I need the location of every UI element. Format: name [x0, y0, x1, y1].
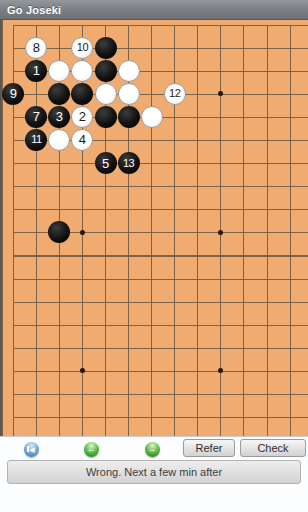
move-number: 13: [123, 158, 134, 169]
app-title: Go Joseki: [0, 4, 61, 16]
stone-move-1: 1: [25, 60, 47, 82]
status-message: Wrong. Next a few min after: [86, 466, 222, 478]
stone: [95, 60, 117, 82]
star-point: [80, 368, 85, 373]
move-number: 12: [169, 88, 180, 99]
stone-move-5: 5: [95, 152, 117, 174]
stone: [118, 106, 140, 128]
stone: [95, 106, 117, 128]
move-number: 9: [10, 87, 17, 100]
title-bar: Go Joseki: [0, 0, 308, 20]
next-move-button[interactable]: →: [145, 442, 160, 457]
move-number: 7: [33, 110, 40, 123]
star-point: [218, 230, 223, 235]
move-number: 5: [102, 157, 109, 170]
move-number: 1: [33, 64, 40, 77]
move-number: 4: [79, 133, 86, 146]
stone: [141, 106, 163, 128]
go-board[interactable]: 8101912732114513: [0, 20, 308, 436]
stone-move-13: 13: [118, 152, 140, 174]
arrow-right-icon: →: [148, 444, 157, 453]
move-number: 2: [79, 110, 86, 123]
status-bar: Wrong. Next a few min after: [7, 460, 301, 484]
stone-move-12: 12: [164, 83, 186, 105]
arrow-left-icon: ←: [87, 444, 96, 453]
check-button[interactable]: Check: [240, 439, 306, 457]
board-left-edge: [0, 20, 3, 436]
skip-to-start-button[interactable]: ◀: [24, 442, 39, 457]
skip-to-start-icon: ◀: [27, 446, 34, 453]
move-number: 3: [56, 110, 63, 123]
stone: [95, 83, 117, 105]
prev-move-button[interactable]: ←: [84, 442, 99, 457]
stone-move-8: 8: [25, 37, 47, 59]
refer-button[interactable]: Refer: [183, 439, 235, 457]
move-number: 8: [33, 41, 40, 54]
bottom-panel: ◀ ← → Refer Check Wrong. Next a few min …: [0, 436, 308, 512]
stone: [118, 60, 140, 82]
stone: [95, 37, 117, 59]
star-point: [80, 230, 85, 235]
move-number: 10: [77, 42, 88, 53]
move-number: 11: [31, 134, 41, 145]
app-window: Go Joseki 8101912732114513 ◀ ← → Refer C…: [0, 0, 308, 512]
stone-move-9: 9: [2, 83, 24, 105]
stone: [118, 83, 140, 105]
